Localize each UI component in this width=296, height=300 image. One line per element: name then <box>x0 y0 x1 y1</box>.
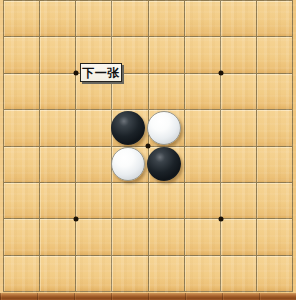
board-cell[interactable] <box>149 256 185 292</box>
board-cell[interactable] <box>221 110 257 146</box>
board-cell[interactable] <box>149 219 185 255</box>
board-cell[interactable] <box>149 110 185 146</box>
board-cell[interactable] <box>40 74 76 110</box>
board-cell[interactable] <box>40 1 76 37</box>
game-screen: 下一张 <box>0 0 296 300</box>
board-cell[interactable] <box>112 110 148 146</box>
board-cell[interactable] <box>4 37 40 73</box>
board-cell[interactable] <box>112 256 148 292</box>
board-cell[interactable] <box>185 110 221 146</box>
board-cell[interactable] <box>40 256 76 292</box>
board-cell[interactable] <box>149 147 185 183</box>
board-cell[interactable] <box>4 219 40 255</box>
board-cell[interactable] <box>221 219 257 255</box>
board-cell[interactable] <box>185 1 221 37</box>
board-cell[interactable] <box>185 219 221 255</box>
board-cell[interactable] <box>76 256 112 292</box>
board-cell[interactable] <box>112 219 148 255</box>
board-cell[interactable] <box>76 1 112 37</box>
board-cell[interactable] <box>76 147 112 183</box>
board-cell[interactable] <box>40 110 76 146</box>
board-cell[interactable] <box>4 147 40 183</box>
board-cell[interactable] <box>221 37 257 73</box>
board-cell[interactable] <box>221 1 257 37</box>
board-cell[interactable] <box>257 110 293 146</box>
board-cell[interactable] <box>185 183 221 219</box>
board-cell[interactable] <box>257 147 293 183</box>
board-cell[interactable] <box>257 183 293 219</box>
board-cell[interactable] <box>40 219 76 255</box>
board-cell[interactable] <box>221 256 257 292</box>
board-cell[interactable] <box>257 1 293 37</box>
board-cell[interactable] <box>4 74 40 110</box>
board-cell[interactable] <box>149 74 185 110</box>
board-cell[interactable] <box>221 147 257 183</box>
board-bottom-edge <box>0 293 296 300</box>
board-cell[interactable] <box>221 183 257 219</box>
board-cell[interactable] <box>76 219 112 255</box>
board-cell[interactable] <box>185 256 221 292</box>
board-cell[interactable] <box>257 74 293 110</box>
board-cell[interactable] <box>40 183 76 219</box>
board-cell[interactable] <box>112 1 148 37</box>
board-cell[interactable] <box>257 256 293 292</box>
board-cell[interactable] <box>40 37 76 73</box>
board-cell[interactable] <box>185 147 221 183</box>
board-cell[interactable] <box>149 37 185 73</box>
board-cell[interactable] <box>112 147 148 183</box>
board-cell[interactable] <box>149 1 185 37</box>
board-cell[interactable] <box>40 147 76 183</box>
board-grid <box>3 0 293 292</box>
board-cell[interactable] <box>4 183 40 219</box>
board-cell[interactable] <box>112 183 148 219</box>
board-cell[interactable] <box>76 110 112 146</box>
board-cell[interactable] <box>257 37 293 73</box>
next-button[interactable]: 下一张 <box>80 63 122 82</box>
board-cell[interactable] <box>185 37 221 73</box>
board-cell[interactable] <box>257 219 293 255</box>
board-cell[interactable] <box>4 256 40 292</box>
board-cell[interactable] <box>4 1 40 37</box>
board-cell[interactable] <box>76 183 112 219</box>
board-cell[interactable] <box>4 110 40 146</box>
board-cell[interactable] <box>149 183 185 219</box>
board-cell[interactable] <box>221 74 257 110</box>
board-cell[interactable] <box>185 74 221 110</box>
